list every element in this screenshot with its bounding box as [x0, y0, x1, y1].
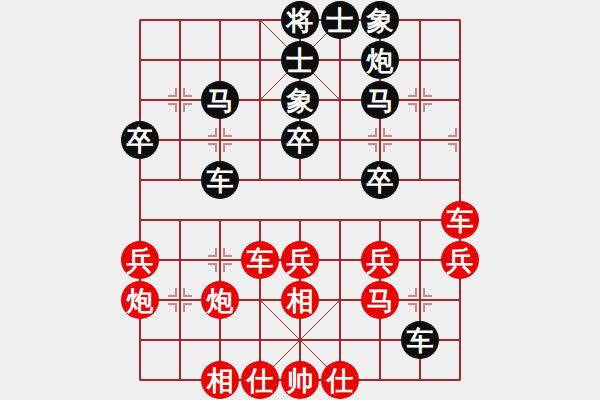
- point-5-9[interactable]: 仕: [320, 360, 360, 400]
- piece-red-pawn-2[interactable]: 兵: [281, 241, 319, 279]
- point-7-1[interactable]: [400, 40, 440, 80]
- point-8-8[interactable]: [440, 320, 480, 360]
- point-6-1[interactable]: 炮: [360, 40, 400, 80]
- point-0-0[interactable]: [120, 0, 160, 40]
- point-2-9[interactable]: 相: [200, 360, 240, 400]
- piece-black-chariot-2[interactable]: 车: [401, 321, 439, 359]
- point-3-7[interactable]: [240, 280, 280, 320]
- piece-black-elephant-2[interactable]: 象: [281, 81, 319, 119]
- point-1-0[interactable]: [160, 0, 200, 40]
- piece-red-cannon-2[interactable]: 炮: [201, 281, 239, 319]
- point-6-8[interactable]: [360, 320, 400, 360]
- point-6-4[interactable]: 卒: [360, 160, 400, 200]
- point-7-4[interactable]: [400, 160, 440, 200]
- point-5-8[interactable]: [320, 320, 360, 360]
- point-1-7[interactable]: [160, 280, 200, 320]
- point-6-5[interactable]: [360, 200, 400, 240]
- point-0-6[interactable]: 兵: [120, 240, 160, 280]
- point-6-7[interactable]: 马: [360, 280, 400, 320]
- piece-black-pawn-2[interactable]: 卒: [281, 121, 319, 159]
- point-0-7[interactable]: 炮: [120, 280, 160, 320]
- point-3-6[interactable]: 车: [240, 240, 280, 280]
- point-8-7[interactable]: [440, 280, 480, 320]
- point-8-5[interactable]: 车: [440, 200, 480, 240]
- piece-black-horse-2[interactable]: 马: [361, 81, 399, 119]
- piece-red-pawn-1[interactable]: 兵: [121, 241, 159, 279]
- point-4-1[interactable]: 士: [280, 40, 320, 80]
- point-6-2[interactable]: 马: [360, 80, 400, 120]
- point-3-5[interactable]: [240, 200, 280, 240]
- point-0-1[interactable]: [120, 40, 160, 80]
- point-8-9[interactable]: [440, 360, 480, 400]
- point-2-3[interactable]: [200, 120, 240, 160]
- point-2-7[interactable]: 炮: [200, 280, 240, 320]
- xiangqi-board: 将士象士炮马象马卒卒车卒车兵车兵兵兵炮炮相马车相仕帅仕: [0, 0, 600, 400]
- point-0-2[interactable]: [120, 80, 160, 120]
- point-2-5[interactable]: [200, 200, 240, 240]
- piece-red-horse[interactable]: 马: [361, 281, 399, 319]
- point-2-6[interactable]: [200, 240, 240, 280]
- point-6-9[interactable]: [360, 360, 400, 400]
- point-3-8[interactable]: [240, 320, 280, 360]
- point-1-8[interactable]: [160, 320, 200, 360]
- piece-red-pawn-3[interactable]: 兵: [361, 241, 399, 279]
- point-7-7[interactable]: [400, 280, 440, 320]
- point-6-3[interactable]: [360, 120, 400, 160]
- point-4-6[interactable]: 兵: [280, 240, 320, 280]
- piece-black-pawn-3[interactable]: 卒: [361, 161, 399, 199]
- point-5-2[interactable]: [320, 80, 360, 120]
- point-4-7[interactable]: 相: [280, 280, 320, 320]
- piece-black-pawn-1[interactable]: 卒: [121, 121, 159, 159]
- point-5-5[interactable]: [320, 200, 360, 240]
- point-8-3[interactable]: [440, 120, 480, 160]
- point-2-8[interactable]: [200, 320, 240, 360]
- point-2-0[interactable]: [200, 0, 240, 40]
- point-8-6[interactable]: 兵: [440, 240, 480, 280]
- point-3-3[interactable]: [240, 120, 280, 160]
- point-4-8[interactable]: [280, 320, 320, 360]
- piece-black-general[interactable]: 将: [281, 1, 319, 39]
- point-5-6[interactable]: [320, 240, 360, 280]
- point-7-0[interactable]: [400, 0, 440, 40]
- point-7-3[interactable]: [400, 120, 440, 160]
- point-1-9[interactable]: [160, 360, 200, 400]
- point-5-4[interactable]: [320, 160, 360, 200]
- point-0-9[interactable]: [120, 360, 160, 400]
- piece-black-horse-1[interactable]: 马: [201, 81, 239, 119]
- piece-black-elephant-1[interactable]: 象: [361, 1, 399, 39]
- piece-red-elephant-2[interactable]: 相: [201, 361, 239, 399]
- point-8-1[interactable]: [440, 40, 480, 80]
- point-1-5[interactable]: [160, 200, 200, 240]
- point-4-9[interactable]: 帅: [280, 360, 320, 400]
- board-grid: 将士象士炮马象马卒卒车卒车兵车兵兵兵炮炮相马车相仕帅仕: [120, 0, 480, 400]
- piece-black-cannon[interactable]: 炮: [361, 41, 399, 79]
- piece-black-chariot-1[interactable]: 车: [201, 161, 239, 199]
- point-5-1[interactable]: [320, 40, 360, 80]
- point-0-3[interactable]: 卒: [120, 120, 160, 160]
- point-4-0[interactable]: 将: [280, 0, 320, 40]
- point-6-6[interactable]: 兵: [360, 240, 400, 280]
- point-1-6[interactable]: [160, 240, 200, 280]
- point-3-2[interactable]: [240, 80, 280, 120]
- piece-red-chariot-1[interactable]: 车: [441, 201, 479, 239]
- piece-red-general[interactable]: 帅: [281, 361, 319, 399]
- point-7-5[interactable]: [400, 200, 440, 240]
- point-4-2[interactable]: 象: [280, 80, 320, 120]
- point-3-4[interactable]: [240, 160, 280, 200]
- point-7-2[interactable]: [400, 80, 440, 120]
- point-1-3[interactable]: [160, 120, 200, 160]
- point-3-0[interactable]: [240, 0, 280, 40]
- point-2-2[interactable]: 马: [200, 80, 240, 120]
- piece-red-cannon-1[interactable]: 炮: [121, 281, 159, 319]
- point-2-1[interactable]: [200, 40, 240, 80]
- piece-red-elephant-1[interactable]: 相: [281, 281, 319, 319]
- point-2-4[interactable]: 车: [200, 160, 240, 200]
- point-0-5[interactable]: [120, 200, 160, 240]
- point-6-0[interactable]: 象: [360, 0, 400, 40]
- point-8-2[interactable]: [440, 80, 480, 120]
- piece-black-advisor-1[interactable]: 士: [321, 1, 359, 39]
- point-5-0[interactable]: 士: [320, 0, 360, 40]
- point-1-1[interactable]: [160, 40, 200, 80]
- point-5-3[interactable]: [320, 120, 360, 160]
- piece-red-advisor-2[interactable]: 仕: [321, 361, 359, 399]
- point-3-9[interactable]: 仕: [240, 360, 280, 400]
- piece-black-advisor-2[interactable]: 士: [281, 41, 319, 79]
- piece-red-advisor-1[interactable]: 仕: [241, 361, 279, 399]
- point-1-4[interactable]: [160, 160, 200, 200]
- point-7-8[interactable]: 车: [400, 320, 440, 360]
- point-0-4[interactable]: [120, 160, 160, 200]
- piece-red-pawn-4[interactable]: 兵: [441, 241, 479, 279]
- point-4-3[interactable]: 卒: [280, 120, 320, 160]
- point-7-9[interactable]: [400, 360, 440, 400]
- point-3-1[interactable]: [240, 40, 280, 80]
- piece-red-chariot-2[interactable]: 车: [241, 241, 279, 279]
- point-7-6[interactable]: [400, 240, 440, 280]
- point-8-4[interactable]: [440, 160, 480, 200]
- point-4-5[interactable]: [280, 200, 320, 240]
- point-4-4[interactable]: [280, 160, 320, 200]
- point-1-2[interactable]: [160, 80, 200, 120]
- point-5-7[interactable]: [320, 280, 360, 320]
- point-0-8[interactable]: [120, 320, 160, 360]
- point-8-0[interactable]: [440, 0, 480, 40]
